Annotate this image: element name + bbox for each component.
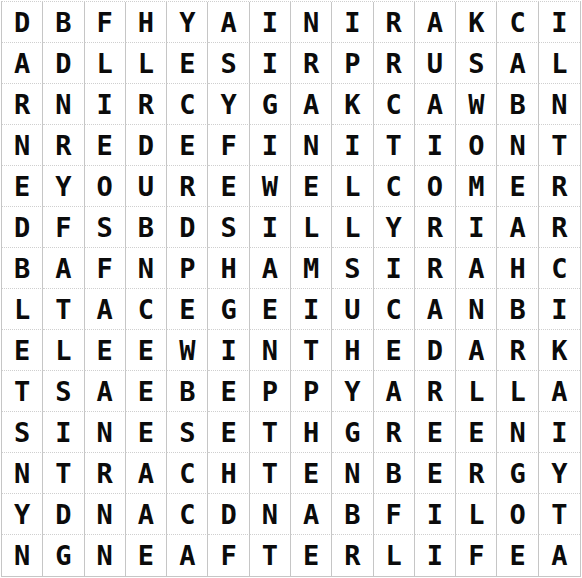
grid-cell-r12c3[interactable]: R xyxy=(85,453,126,494)
grid-cell-r1c3[interactable]: F xyxy=(85,2,126,43)
grid-cell-r9c3[interactable]: E xyxy=(85,330,126,371)
grid-cell-r1c8[interactable]: N xyxy=(291,2,332,43)
grid-cell-r7c8[interactable]: M xyxy=(291,248,332,289)
grid-cell-r4c4[interactable]: D xyxy=(126,125,167,166)
grid-cell-r10c14[interactable]: A xyxy=(539,371,580,412)
grid-cell-r11c4[interactable]: E xyxy=(126,412,167,453)
grid-cell-r4c1[interactable]: N xyxy=(2,125,43,166)
grid-cell-r7c14[interactable]: C xyxy=(539,248,580,289)
grid-cell-r9c2[interactable]: L xyxy=(43,330,84,371)
grid-cell-r2c13[interactable]: A xyxy=(497,43,538,84)
grid-cell-r12c13[interactable]: G xyxy=(497,453,538,494)
grid-cell-r5c7[interactable]: W xyxy=(250,166,291,207)
grid-cell-r7c6[interactable]: H xyxy=(208,248,249,289)
grid-cell-r13c11[interactable]: I xyxy=(415,494,456,535)
grid-cell-r7c12[interactable]: A xyxy=(456,248,497,289)
grid-cell-r9c1[interactable]: E xyxy=(2,330,43,371)
grid-cell-r10c1[interactable]: T xyxy=(2,371,43,412)
grid-cell-r2c4[interactable]: L xyxy=(126,43,167,84)
grid-cell-r6c9[interactable]: L xyxy=(332,207,373,248)
grid-cell-r9c13[interactable]: R xyxy=(497,330,538,371)
grid-cell-r12c6[interactable]: H xyxy=(208,453,249,494)
grid-cell-r5c3[interactable]: O xyxy=(85,166,126,207)
grid-cell-r3c6[interactable]: Y xyxy=(208,84,249,125)
grid-cell-r10c7[interactable]: P xyxy=(250,371,291,412)
grid-cell-r7c4[interactable]: N xyxy=(126,248,167,289)
grid-cell-r8c6[interactable]: G xyxy=(208,289,249,330)
grid-cell-r4c9[interactable]: I xyxy=(332,125,373,166)
grid-cell-r10c6[interactable]: E xyxy=(208,371,249,412)
grid-cell-r10c8[interactable]: P xyxy=(291,371,332,412)
grid-cell-r5c8[interactable]: E xyxy=(291,166,332,207)
grid-cell-r5c14[interactable]: R xyxy=(539,166,580,207)
grid-cell-r9c12[interactable]: A xyxy=(456,330,497,371)
grid-cell-r5c13[interactable]: E xyxy=(497,166,538,207)
grid-cell-r7c9[interactable]: S xyxy=(332,248,373,289)
grid-cell-r14c12[interactable]: F xyxy=(456,535,497,576)
grid-cell-r2c3[interactable]: L xyxy=(85,43,126,84)
grid-cell-r1c6[interactable]: A xyxy=(208,2,249,43)
grid-cell-r11c8[interactable]: H xyxy=(291,412,332,453)
grid-cell-r10c5[interactable]: B xyxy=(167,371,208,412)
grid-cell-r14c10[interactable]: L xyxy=(374,535,415,576)
grid-cell-r6c10[interactable]: Y xyxy=(374,207,415,248)
grid-cell-r12c10[interactable]: B xyxy=(374,453,415,494)
grid-cell-r3c14[interactable]: N xyxy=(539,84,580,125)
grid-cell-r4c12[interactable]: O xyxy=(456,125,497,166)
grid-cell-r10c10[interactable]: A xyxy=(374,371,415,412)
grid-cell-r4c11[interactable]: I xyxy=(415,125,456,166)
grid-cell-r8c3[interactable]: A xyxy=(85,289,126,330)
grid-cell-r5c5[interactable]: R xyxy=(167,166,208,207)
grid-cell-r13c8[interactable]: A xyxy=(291,494,332,535)
grid-cell-r12c9[interactable]: N xyxy=(332,453,373,494)
grid-cell-r1c7[interactable]: I xyxy=(250,2,291,43)
grid-cell-r6c4[interactable]: B xyxy=(126,207,167,248)
word-search-puzzle: DBFHYAINIRAKCIADLLESIRPRUSALRNIRCYGAKCAW… xyxy=(0,0,582,578)
grid-cell-r4c5[interactable]: E xyxy=(167,125,208,166)
grid-cell-r11c10[interactable]: R xyxy=(374,412,415,453)
grid-cell-r12c7[interactable]: T xyxy=(250,453,291,494)
grid-cell-r1c5[interactable]: Y xyxy=(167,2,208,43)
grid-cell-r5c9[interactable]: L xyxy=(332,166,373,207)
grid-cell-r3c1[interactable]: R xyxy=(2,84,43,125)
grid-cell-r6c14[interactable]: R xyxy=(539,207,580,248)
grid-cell-r7c5[interactable]: P xyxy=(167,248,208,289)
grid-cell-r4c6[interactable]: F xyxy=(208,125,249,166)
grid-cell-r10c4[interactable]: E xyxy=(126,371,167,412)
grid-cell-r2c7[interactable]: I xyxy=(250,43,291,84)
grid-cell-r6c8[interactable]: L xyxy=(291,207,332,248)
grid-cell-r2c6[interactable]: S xyxy=(208,43,249,84)
grid-cell-r3c9[interactable]: K xyxy=(332,84,373,125)
grid-cell-r2c8[interactable]: R xyxy=(291,43,332,84)
grid-cell-r8c4[interactable]: C xyxy=(126,289,167,330)
grid-cell-r3c11[interactable]: A xyxy=(415,84,456,125)
grid-cell-r14c5[interactable]: A xyxy=(167,535,208,576)
grid-cell-r9c8[interactable]: T xyxy=(291,330,332,371)
grid-cell-r1c10[interactable]: R xyxy=(374,2,415,43)
grid-cell-r11c1[interactable]: S xyxy=(2,412,43,453)
grid-cell-r1c2[interactable]: B xyxy=(43,2,84,43)
grid-cell-r13c9[interactable]: B xyxy=(332,494,373,535)
grid-cell-r8c13[interactable]: B xyxy=(497,289,538,330)
grid-cell-r14c9[interactable]: R xyxy=(332,535,373,576)
grid-cell-r7c10[interactable]: I xyxy=(374,248,415,289)
grid-cell-r3c5[interactable]: C xyxy=(167,84,208,125)
grid-cell-r7c13[interactable]: H xyxy=(497,248,538,289)
grid-cell-r8c2[interactable]: T xyxy=(43,289,84,330)
grid-cell-r14c6[interactable]: F xyxy=(208,535,249,576)
grid-cell-r13c6[interactable]: D xyxy=(208,494,249,535)
grid-cell-r2c12[interactable]: S xyxy=(456,43,497,84)
grid-cell-r1c4[interactable]: H xyxy=(126,2,167,43)
grid-cell-r5c6[interactable]: E xyxy=(208,166,249,207)
grid-cell-r9c7[interactable]: N xyxy=(250,330,291,371)
grid-cell-r2c9[interactable]: P xyxy=(332,43,373,84)
grid-cell-r13c10[interactable]: F xyxy=(374,494,415,535)
grid-cell-r8c1[interactable]: L xyxy=(2,289,43,330)
grid-cell-r12c2[interactable]: T xyxy=(43,453,84,494)
grid-cell-r7c3[interactable]: F xyxy=(85,248,126,289)
grid-cell-r11c12[interactable]: E xyxy=(456,412,497,453)
grid-cell-r14c2[interactable]: G xyxy=(43,535,84,576)
grid-cell-r12c4[interactable]: A xyxy=(126,453,167,494)
grid-cell-r4c10[interactable]: T xyxy=(374,125,415,166)
word-search-grid: DBFHYAINIRAKCIADLLESIRPRUSALRNIRCYGAKCAW… xyxy=(1,1,581,577)
grid-cell-r10c2[interactable]: S xyxy=(43,371,84,412)
grid-cell-r13c14[interactable]: T xyxy=(539,494,580,535)
grid-cell-r2c11[interactable]: U xyxy=(415,43,456,84)
grid-cell-r10c11[interactable]: R xyxy=(415,371,456,412)
grid-cell-r6c6[interactable]: S xyxy=(208,207,249,248)
grid-cell-r8c8[interactable]: I xyxy=(291,289,332,330)
grid-cell-r3c12[interactable]: W xyxy=(456,84,497,125)
grid-cell-r11c13[interactable]: N xyxy=(497,412,538,453)
grid-cell-r3c7[interactable]: G xyxy=(250,84,291,125)
grid-cell-r5c1[interactable]: E xyxy=(2,166,43,207)
grid-cell-r5c4[interactable]: U xyxy=(126,166,167,207)
grid-cell-r10c13[interactable]: L xyxy=(497,371,538,412)
grid-cell-r6c3[interactable]: S xyxy=(85,207,126,248)
grid-cell-r13c3[interactable]: N xyxy=(85,494,126,535)
grid-cell-r3c4[interactable]: R xyxy=(126,84,167,125)
grid-cell-r9c14[interactable]: K xyxy=(539,330,580,371)
grid-cell-r13c7[interactable]: N xyxy=(250,494,291,535)
grid-cell-r11c2[interactable]: I xyxy=(43,412,84,453)
grid-cell-r5c10[interactable]: C xyxy=(374,166,415,207)
grid-cell-r5c11[interactable]: O xyxy=(415,166,456,207)
grid-cell-r4c7[interactable]: I xyxy=(250,125,291,166)
grid-cell-r3c3[interactable]: I xyxy=(85,84,126,125)
grid-cell-r9c4[interactable]: E xyxy=(126,330,167,371)
grid-cell-r11c5[interactable]: S xyxy=(167,412,208,453)
grid-cell-r14c7[interactable]: T xyxy=(250,535,291,576)
grid-cell-r12c8[interactable]: E xyxy=(291,453,332,494)
grid-cell-r3c10[interactable]: C xyxy=(374,84,415,125)
grid-cell-r8c10[interactable]: C xyxy=(374,289,415,330)
grid-cell-r6c7[interactable]: I xyxy=(250,207,291,248)
grid-cell-r4c2[interactable]: R xyxy=(43,125,84,166)
grid-cell-r14c1[interactable]: N xyxy=(2,535,43,576)
grid-cell-r1c12[interactable]: K xyxy=(456,2,497,43)
grid-cell-r3c2[interactable]: N xyxy=(43,84,84,125)
grid-cell-r2c14[interactable]: L xyxy=(539,43,580,84)
grid-cell-r12c1[interactable]: N xyxy=(2,453,43,494)
grid-cell-r9c5[interactable]: W xyxy=(167,330,208,371)
grid-cell-r7c11[interactable]: R xyxy=(415,248,456,289)
grid-cell-r8c14[interactable]: I xyxy=(539,289,580,330)
grid-cell-r10c9[interactable]: Y xyxy=(332,371,373,412)
grid-cell-r7c1[interactable]: B xyxy=(2,248,43,289)
grid-cell-r13c4[interactable]: A xyxy=(126,494,167,535)
grid-cell-r8c9[interactable]: U xyxy=(332,289,373,330)
grid-cell-r12c11[interactable]: E xyxy=(415,453,456,494)
grid-cell-r9c9[interactable]: H xyxy=(332,330,373,371)
grid-cell-r6c5[interactable]: D xyxy=(167,207,208,248)
grid-cell-r11c3[interactable]: N xyxy=(85,412,126,453)
grid-cell-r1c14[interactable]: I xyxy=(539,2,580,43)
grid-cell-r8c7[interactable]: E xyxy=(250,289,291,330)
grid-cell-r12c5[interactable]: C xyxy=(167,453,208,494)
grid-cell-r4c8[interactable]: N xyxy=(291,125,332,166)
grid-cell-r13c1[interactable]: Y xyxy=(2,494,43,535)
grid-cell-r2c2[interactable]: D xyxy=(43,43,84,84)
grid-cell-r14c13[interactable]: E xyxy=(497,535,538,576)
grid-cell-r13c12[interactable]: L xyxy=(456,494,497,535)
grid-cell-r11c11[interactable]: E xyxy=(415,412,456,453)
grid-cell-r14c4[interactable]: E xyxy=(126,535,167,576)
grid-cell-r7c7[interactable]: A xyxy=(250,248,291,289)
grid-cell-r14c8[interactable]: E xyxy=(291,535,332,576)
grid-cell-r2c1[interactable]: A xyxy=(2,43,43,84)
grid-cell-r11c9[interactable]: G xyxy=(332,412,373,453)
grid-cell-r4c14[interactable]: T xyxy=(539,125,580,166)
grid-cell-r5c2[interactable]: Y xyxy=(43,166,84,207)
grid-cell-r6c13[interactable]: A xyxy=(497,207,538,248)
grid-cell-r14c3[interactable]: N xyxy=(85,535,126,576)
grid-cell-r5c12[interactable]: M xyxy=(456,166,497,207)
grid-cell-r11c7[interactable]: T xyxy=(250,412,291,453)
grid-cell-r11c14[interactable]: I xyxy=(539,412,580,453)
grid-cell-r8c5[interactable]: E xyxy=(167,289,208,330)
grid-cell-r8c11[interactable]: A xyxy=(415,289,456,330)
grid-cell-r12c14[interactable]: Y xyxy=(539,453,580,494)
grid-cell-r4c3[interactable]: E xyxy=(85,125,126,166)
grid-cell-r3c13[interactable]: B xyxy=(497,84,538,125)
grid-cell-r13c5[interactable]: C xyxy=(167,494,208,535)
grid-cell-r9c10[interactable]: E xyxy=(374,330,415,371)
grid-cell-r2c10[interactable]: R xyxy=(374,43,415,84)
grid-cell-r10c12[interactable]: L xyxy=(456,371,497,412)
grid-cell-r10c3[interactable]: A xyxy=(85,371,126,412)
grid-cell-r4c13[interactable]: N xyxy=(497,125,538,166)
grid-cell-r14c11[interactable]: I xyxy=(415,535,456,576)
grid-cell-r6c12[interactable]: I xyxy=(456,207,497,248)
grid-cell-r6c2[interactable]: F xyxy=(43,207,84,248)
grid-cell-r1c11[interactable]: A xyxy=(415,2,456,43)
grid-cell-r6c1[interactable]: D xyxy=(2,207,43,248)
grid-cell-r11c6[interactable]: E xyxy=(208,412,249,453)
grid-cell-r1c1[interactable]: D xyxy=(2,2,43,43)
grid-cell-r3c8[interactable]: A xyxy=(291,84,332,125)
grid-cell-r8c12[interactable]: N xyxy=(456,289,497,330)
grid-cell-r14c14[interactable]: A xyxy=(539,535,580,576)
grid-cell-r9c6[interactable]: I xyxy=(208,330,249,371)
grid-cell-r9c11[interactable]: D xyxy=(415,330,456,371)
grid-cell-r6c11[interactable]: R xyxy=(415,207,456,248)
grid-cell-r2c5[interactable]: E xyxy=(167,43,208,84)
grid-cell-r13c13[interactable]: O xyxy=(497,494,538,535)
grid-cell-r1c13[interactable]: C xyxy=(497,2,538,43)
grid-cell-r1c9[interactable]: I xyxy=(332,2,373,43)
grid-cell-r13c2[interactable]: D xyxy=(43,494,84,535)
grid-cell-r7c2[interactable]: A xyxy=(43,248,84,289)
grid-cell-r12c12[interactable]: R xyxy=(456,453,497,494)
